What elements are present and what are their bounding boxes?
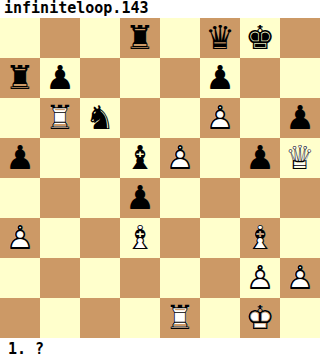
square-b7[interactable]: ♟ xyxy=(40,58,80,98)
white-pawn-outline-glyph: ♙ xyxy=(160,138,200,178)
square-c5[interactable] xyxy=(80,138,120,178)
white-rook-outline-glyph: ♖ xyxy=(40,98,80,138)
white-bishop[interactable]: ♝♗ xyxy=(240,218,280,258)
square-b1[interactable] xyxy=(40,298,80,338)
square-a1[interactable] xyxy=(0,298,40,338)
square-f1[interactable] xyxy=(200,298,240,338)
black-rook[interactable]: ♜ xyxy=(120,18,160,58)
square-f7[interactable]: ♟ xyxy=(200,58,240,98)
black-queen[interactable]: ♛ xyxy=(200,18,240,58)
square-a7[interactable]: ♜ xyxy=(0,58,40,98)
square-h7[interactable] xyxy=(280,58,320,98)
square-d5[interactable]: ♝ xyxy=(120,138,160,178)
black-rook-glyph: ♜ xyxy=(120,18,160,58)
square-d7[interactable] xyxy=(120,58,160,98)
black-pawn[interactable]: ♟ xyxy=(40,58,80,98)
black-pawn-glyph: ♟ xyxy=(280,98,320,138)
square-d3[interactable]: ♝♗ xyxy=(120,218,160,258)
square-e4[interactable] xyxy=(160,178,200,218)
square-b2[interactable] xyxy=(40,258,80,298)
square-h8[interactable] xyxy=(280,18,320,58)
square-c1[interactable] xyxy=(80,298,120,338)
white-rook-outline-glyph: ♖ xyxy=(160,298,200,338)
black-pawn[interactable]: ♟ xyxy=(120,178,160,218)
square-a8[interactable] xyxy=(0,18,40,58)
square-b8[interactable] xyxy=(40,18,80,58)
white-pawn[interactable]: ♟♙ xyxy=(200,98,240,138)
square-b5[interactable] xyxy=(40,138,80,178)
square-c7[interactable] xyxy=(80,58,120,98)
square-h2[interactable]: ♟♙ xyxy=(280,258,320,298)
square-b3[interactable] xyxy=(40,218,80,258)
square-e3[interactable] xyxy=(160,218,200,258)
square-e2[interactable] xyxy=(160,258,200,298)
black-pawn-glyph: ♟ xyxy=(40,58,80,98)
white-king[interactable]: ♚♔ xyxy=(240,298,280,338)
square-h6[interactable]: ♟ xyxy=(280,98,320,138)
black-rook[interactable]: ♜ xyxy=(0,58,40,98)
white-pawn[interactable]: ♟♙ xyxy=(280,258,320,298)
black-bishop[interactable]: ♝ xyxy=(120,138,160,178)
square-d6[interactable] xyxy=(120,98,160,138)
white-pawn-outline-glyph: ♙ xyxy=(200,98,240,138)
black-knight[interactable]: ♞ xyxy=(80,98,120,138)
square-g8[interactable]: ♚ xyxy=(240,18,280,58)
square-e5[interactable]: ♟♙ xyxy=(160,138,200,178)
square-d8[interactable]: ♜ xyxy=(120,18,160,58)
white-king-outline-glyph: ♔ xyxy=(240,298,280,338)
square-a3[interactable]: ♟♙ xyxy=(0,218,40,258)
square-f8[interactable]: ♛ xyxy=(200,18,240,58)
white-bishop-outline-glyph: ♗ xyxy=(240,218,280,258)
square-g7[interactable] xyxy=(240,58,280,98)
black-pawn-glyph: ♟ xyxy=(200,58,240,98)
square-g4[interactable] xyxy=(240,178,280,218)
black-queen-glyph: ♛ xyxy=(200,18,240,58)
square-a4[interactable] xyxy=(0,178,40,218)
square-c8[interactable] xyxy=(80,18,120,58)
chess-app-window: infiniteloop.143 ♜♛♚♜♟♟♜♖♞♟♙♟♟♝♟♙♟♛♕♟♟♙♝… xyxy=(0,0,320,360)
square-e8[interactable] xyxy=(160,18,200,58)
square-f2[interactable] xyxy=(200,258,240,298)
white-pawn-outline-glyph: ♙ xyxy=(0,218,40,258)
white-queen-outline-glyph: ♕ xyxy=(280,138,320,178)
square-g6[interactable] xyxy=(240,98,280,138)
square-h4[interactable] xyxy=(280,178,320,218)
square-g1[interactable]: ♚♔ xyxy=(240,298,280,338)
square-e6[interactable] xyxy=(160,98,200,138)
square-b6[interactable]: ♜♖ xyxy=(40,98,80,138)
square-h5[interactable]: ♛♕ xyxy=(280,138,320,178)
square-c4[interactable] xyxy=(80,178,120,218)
black-pawn[interactable]: ♟ xyxy=(0,138,40,178)
square-f5[interactable] xyxy=(200,138,240,178)
white-pawn[interactable]: ♟♙ xyxy=(240,258,280,298)
black-pawn[interactable]: ♟ xyxy=(240,138,280,178)
square-a2[interactable] xyxy=(0,258,40,298)
white-rook[interactable]: ♜♖ xyxy=(40,98,80,138)
black-rook-glyph: ♜ xyxy=(0,58,40,98)
white-queen[interactable]: ♛♕ xyxy=(280,138,320,178)
square-d1[interactable] xyxy=(120,298,160,338)
white-bishop-outline-glyph: ♗ xyxy=(120,218,160,258)
square-c3[interactable] xyxy=(80,218,120,258)
black-pawn-glyph: ♟ xyxy=(120,178,160,218)
black-king[interactable]: ♚ xyxy=(240,18,280,58)
black-pawn-glyph: ♟ xyxy=(0,138,40,178)
white-rook[interactable]: ♜♖ xyxy=(160,298,200,338)
square-g5[interactable]: ♟ xyxy=(240,138,280,178)
puzzle-title: infiniteloop.143 xyxy=(0,0,320,18)
white-pawn-outline-glyph: ♙ xyxy=(280,258,320,298)
square-h1[interactable] xyxy=(280,298,320,338)
black-bishop-glyph: ♝ xyxy=(120,138,160,178)
move-number-prompt: 1. ? xyxy=(0,338,320,360)
white-bishop[interactable]: ♝♗ xyxy=(120,218,160,258)
square-f6[interactable]: ♟♙ xyxy=(200,98,240,138)
square-c6[interactable]: ♞ xyxy=(80,98,120,138)
square-f4[interactable] xyxy=(200,178,240,218)
square-g3[interactable]: ♝♗ xyxy=(240,218,280,258)
black-knight-glyph: ♞ xyxy=(80,98,120,138)
square-d2[interactable] xyxy=(120,258,160,298)
square-e7[interactable] xyxy=(160,58,200,98)
white-pawn-outline-glyph: ♙ xyxy=(240,258,280,298)
chess-board: ♜♛♚♜♟♟♜♖♞♟♙♟♟♝♟♙♟♛♕♟♟♙♝♗♝♗♟♙♟♙♜♖♚♔ xyxy=(0,18,320,338)
square-d4[interactable]: ♟ xyxy=(120,178,160,218)
square-a5[interactable]: ♟ xyxy=(0,138,40,178)
black-pawn[interactable]: ♟ xyxy=(280,98,320,138)
white-pawn[interactable]: ♟♙ xyxy=(160,138,200,178)
square-b4[interactable] xyxy=(40,178,80,218)
black-king-glyph: ♚ xyxy=(240,18,280,58)
black-pawn-glyph: ♟ xyxy=(240,138,280,178)
square-a6[interactable] xyxy=(0,98,40,138)
square-h3[interactable] xyxy=(280,218,320,258)
black-pawn[interactable]: ♟ xyxy=(200,58,240,98)
square-c2[interactable] xyxy=(80,258,120,298)
square-g2[interactable]: ♟♙ xyxy=(240,258,280,298)
square-e1[interactable]: ♜♖ xyxy=(160,298,200,338)
white-pawn[interactable]: ♟♙ xyxy=(0,218,40,258)
square-f3[interactable] xyxy=(200,218,240,258)
